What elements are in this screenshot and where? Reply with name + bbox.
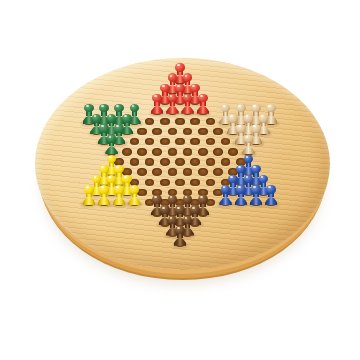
peg-head: [183, 94, 193, 103]
peg-yellow[interactable]: [128, 185, 141, 205]
hole[interactable]: [175, 179, 185, 187]
peg-head: [114, 104, 124, 113]
hole[interactable]: [221, 138, 231, 146]
peg-base: [166, 105, 179, 114]
peg-head: [190, 84, 200, 93]
peg-base: [265, 197, 278, 206]
hole[interactable]: [198, 128, 208, 136]
peg-blue[interactable]: [265, 185, 278, 205]
hole[interactable]: [145, 138, 155, 146]
hole[interactable]: [190, 118, 200, 126]
hole[interactable]: [137, 168, 147, 176]
hole[interactable]: [152, 128, 162, 136]
peg-head: [266, 104, 276, 113]
hole[interactable]: [168, 148, 178, 156]
peg-head: [114, 165, 124, 174]
product-photo-stage: [0, 0, 360, 360]
peg-base: [83, 197, 96, 206]
peg-head: [152, 195, 162, 204]
peg-base: [105, 146, 118, 155]
peg-head: [251, 104, 261, 113]
hole[interactable]: [130, 158, 140, 166]
peg-head: [259, 114, 269, 123]
hole[interactable]: [198, 148, 208, 156]
peg-base: [113, 197, 126, 206]
peg-yellow[interactable]: [113, 185, 126, 205]
peg-head: [244, 155, 254, 164]
hole[interactable]: [221, 158, 231, 166]
peg-yellow[interactable]: [82, 185, 95, 205]
hole[interactable]: [213, 168, 223, 176]
hole[interactable]: [145, 158, 155, 166]
peg-head: [114, 185, 124, 194]
peg-red[interactable]: [151, 94, 164, 114]
hole[interactable]: [213, 128, 223, 136]
peg-red[interactable]: [181, 94, 194, 114]
peg-yellow[interactable]: [98, 185, 111, 205]
peg-head: [107, 134, 117, 143]
peg-head: [92, 175, 102, 184]
peg-head: [99, 165, 109, 174]
peg-head: [259, 175, 269, 184]
peg-green[interactable]: [105, 134, 118, 154]
peg-head: [251, 185, 261, 194]
peg-head: [130, 104, 140, 113]
hole[interactable]: [206, 138, 216, 146]
peg-natural[interactable]: [242, 134, 255, 154]
peg-blue[interactable]: [234, 185, 247, 205]
peg-head: [175, 205, 185, 214]
hole[interactable]: [137, 128, 147, 136]
peg-head: [244, 134, 254, 143]
chinese-checkers-board: [35, 58, 330, 270]
hole[interactable]: [206, 158, 216, 166]
peg-head: [99, 185, 109, 194]
peg-base: [197, 105, 210, 114]
hole[interactable]: [152, 168, 162, 176]
peg-head: [92, 114, 102, 123]
hole[interactable]: [160, 138, 170, 146]
hole[interactable]: [122, 148, 132, 156]
peg-base: [235, 197, 248, 206]
peg-head: [107, 114, 117, 123]
peg-head: [175, 84, 185, 93]
peg-base: [219, 197, 232, 206]
peg-blue[interactable]: [219, 185, 232, 205]
peg-head: [107, 175, 117, 184]
hole[interactable]: [145, 179, 155, 187]
hole[interactable]: [160, 179, 170, 187]
peg-base: [250, 197, 263, 206]
hole[interactable]: [130, 138, 140, 146]
peg-head: [130, 185, 140, 194]
hole[interactable]: [190, 138, 200, 146]
hole[interactable]: [183, 168, 193, 176]
hole[interactable]: [175, 158, 185, 166]
hole[interactable]: [190, 179, 200, 187]
peg-head: [228, 114, 238, 123]
peg-head: [198, 195, 208, 204]
hole[interactable]: [175, 138, 185, 146]
peg-head: [168, 94, 178, 103]
peg-head: [244, 175, 254, 184]
peg-head: [228, 175, 238, 184]
peg-head: [168, 195, 178, 204]
peg-head: [198, 94, 208, 103]
hole[interactable]: [190, 158, 200, 166]
peg-head: [84, 104, 94, 113]
hole[interactable]: [160, 118, 170, 126]
peg-head: [168, 73, 178, 82]
peg-head: [190, 205, 200, 214]
peg-head: [122, 114, 132, 123]
peg-head: [183, 73, 193, 82]
peg-head: [122, 175, 132, 184]
peg-head: [175, 63, 185, 72]
peg-head: [160, 84, 170, 93]
peg-head: [236, 165, 246, 174]
hole[interactable]: [198, 168, 208, 176]
peg-head: [183, 195, 193, 204]
peg-base: [181, 105, 194, 114]
peg-brown[interactable]: [174, 226, 187, 246]
peg-base: [242, 146, 255, 155]
hole[interactable]: [168, 168, 178, 176]
peg-head: [114, 124, 124, 133]
hole[interactable]: [168, 128, 178, 136]
hole[interactable]: [213, 148, 223, 156]
peg-base: [98, 197, 111, 206]
peg-blue[interactable]: [250, 185, 263, 205]
peg-head: [99, 104, 109, 113]
peg-red[interactable]: [196, 94, 209, 114]
peg-head: [251, 165, 261, 174]
peg-base: [151, 105, 164, 114]
hole[interactable]: [152, 148, 162, 156]
peg-head: [99, 124, 109, 133]
peg-head: [168, 216, 178, 225]
hole[interactable]: [183, 148, 193, 156]
hole[interactable]: [145, 118, 155, 126]
hole[interactable]: [228, 148, 238, 156]
hole[interactable]: [206, 118, 216, 126]
peg-head: [251, 124, 261, 133]
peg-head: [236, 124, 246, 133]
peg-head: [236, 185, 246, 194]
peg-head: [244, 114, 254, 123]
peg-head: [221, 104, 231, 113]
peg-base: [174, 237, 187, 246]
peg-head: [236, 104, 246, 113]
hole[interactable]: [175, 118, 185, 126]
peg-head: [152, 94, 162, 103]
peg-head: [221, 185, 231, 194]
hole[interactable]: [206, 179, 216, 187]
hole[interactable]: [137, 148, 147, 156]
peg-red[interactable]: [166, 94, 179, 114]
peg-head: [107, 155, 117, 164]
hole[interactable]: [183, 128, 193, 136]
peg-head: [183, 216, 193, 225]
peg-head: [175, 226, 185, 235]
peg-base: [128, 197, 141, 206]
peg-head: [160, 205, 170, 214]
peg-head: [266, 185, 276, 194]
peg-head: [84, 185, 94, 194]
hole[interactable]: [160, 158, 170, 166]
